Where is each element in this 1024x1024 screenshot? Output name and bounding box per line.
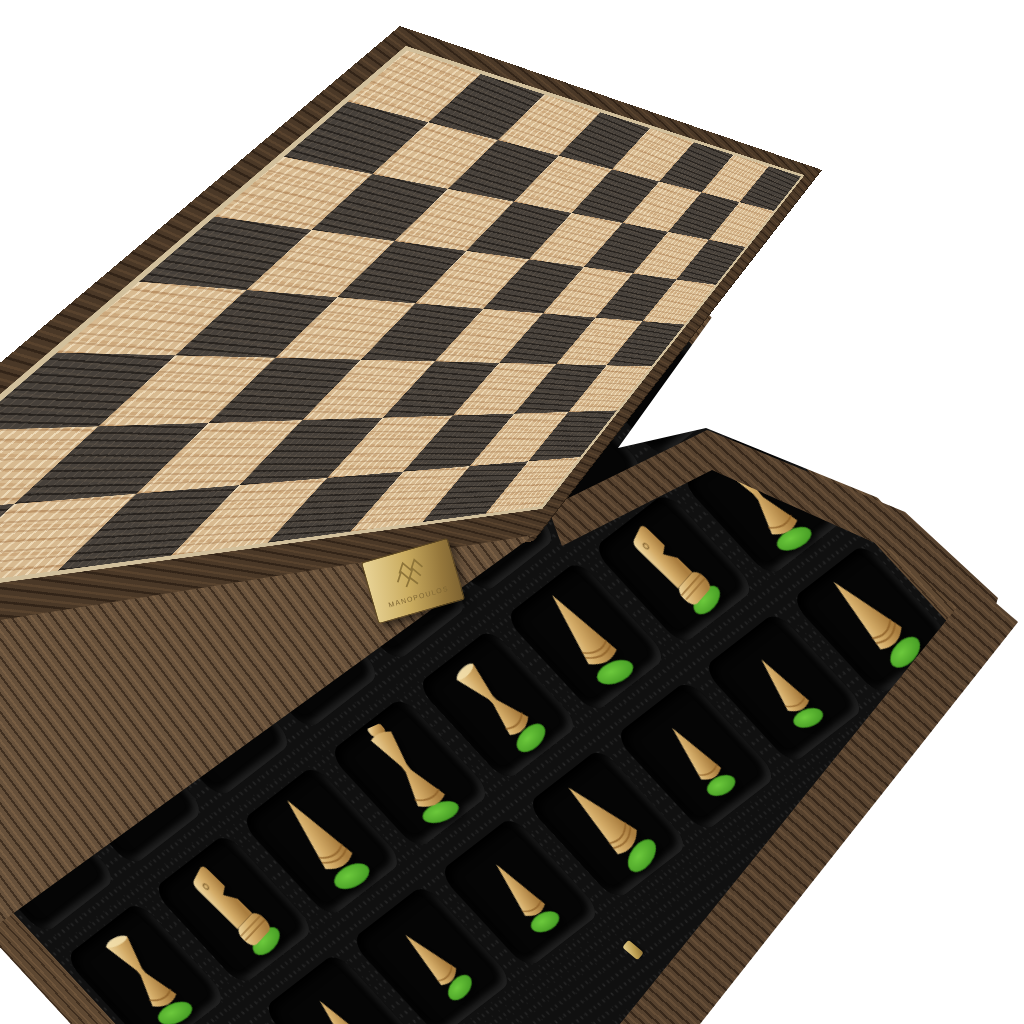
chess-box-scene: MANOPOULOS: [0, 0, 1024, 1024]
clasp-brand-text: MANOPOULOS: [388, 585, 450, 609]
